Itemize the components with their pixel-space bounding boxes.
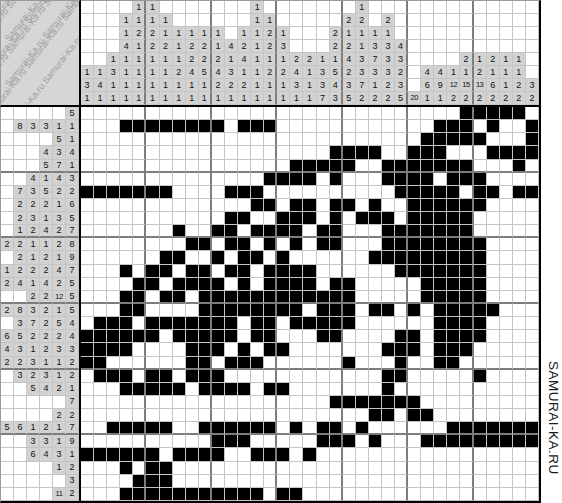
board-cell[interactable] [120, 409, 133, 422]
board-cell[interactable] [290, 146, 303, 159]
board-cell[interactable] [343, 422, 356, 435]
board-cell[interactable] [369, 409, 382, 422]
board-cell[interactable] [474, 475, 487, 488]
board-cell[interactable] [81, 383, 94, 396]
board-cell[interactable] [238, 160, 251, 173]
board-cell[interactable] [500, 107, 513, 120]
board-cell[interactable] [107, 330, 120, 343]
board-cell[interactable] [251, 343, 264, 356]
board-cell[interactable] [434, 304, 447, 317]
board-cell[interactable] [487, 146, 500, 159]
board-cell[interactable] [513, 238, 526, 251]
board-cell[interactable] [107, 238, 120, 251]
board-cell[interactable] [186, 330, 199, 343]
board-cell[interactable] [133, 265, 146, 278]
board-cell[interactable] [160, 146, 173, 159]
board-cell[interactable] [303, 212, 316, 225]
board-cell[interactable] [382, 422, 395, 435]
board-cell[interactable] [487, 120, 500, 133]
board-cell[interactable] [212, 343, 225, 356]
board-cell[interactable] [277, 186, 290, 199]
board-cell[interactable] [447, 146, 460, 159]
board-cell[interactable] [199, 317, 212, 330]
board-cell[interactable] [81, 422, 94, 435]
board-cell[interactable] [356, 107, 369, 120]
board-cell[interactable] [356, 357, 369, 370]
board-cell[interactable] [225, 199, 238, 212]
board-cell[interactable] [133, 383, 146, 396]
board-cell[interactable] [343, 120, 356, 133]
board-cell[interactable] [317, 173, 330, 186]
board-cell[interactable] [487, 409, 500, 422]
board-cell[interactable] [81, 225, 94, 238]
board-cell[interactable] [330, 304, 343, 317]
board-cell[interactable] [225, 107, 238, 120]
board-cell[interactable] [369, 265, 382, 278]
board-cell[interactable] [408, 383, 421, 396]
board-cell[interactable] [290, 357, 303, 370]
board-cell[interactable] [474, 396, 487, 409]
board-cell[interactable] [173, 475, 186, 488]
board-cell[interactable] [356, 317, 369, 330]
board-cell[interactable] [303, 343, 316, 356]
board-cell[interactable] [303, 199, 316, 212]
board-cell[interactable] [251, 120, 264, 133]
board-cell[interactable] [186, 304, 199, 317]
board-cell[interactable] [447, 225, 460, 238]
board-cell[interactable] [421, 133, 434, 146]
board-cell[interactable] [460, 291, 473, 304]
board-cell[interactable] [225, 133, 238, 146]
board-cell[interactable] [317, 120, 330, 133]
board-cell[interactable] [356, 120, 369, 133]
board-cell[interactable] [133, 435, 146, 448]
board-cell[interactable] [513, 370, 526, 383]
board-cell[interactable] [395, 357, 408, 370]
board-cell[interactable] [460, 278, 473, 291]
board-cell[interactable] [356, 199, 369, 212]
board-cell[interactable] [526, 146, 539, 159]
board-cell[interactable] [526, 357, 539, 370]
board-cell[interactable] [186, 383, 199, 396]
board-cell[interactable] [107, 291, 120, 304]
board-cell[interactable] [199, 225, 212, 238]
board-cell[interactable] [107, 251, 120, 264]
board-cell[interactable] [133, 146, 146, 159]
board-cell[interactable] [251, 357, 264, 370]
board-cell[interactable] [277, 173, 290, 186]
board-cell[interactable] [343, 146, 356, 159]
board-cell[interactable] [434, 160, 447, 173]
board-cell[interactable] [146, 475, 159, 488]
board-cell[interactable] [303, 317, 316, 330]
board-cell[interactable] [434, 291, 447, 304]
board-cell[interactable] [317, 160, 330, 173]
board-cell[interactable] [382, 357, 395, 370]
board-cell[interactable] [303, 330, 316, 343]
board-cell[interactable] [500, 448, 513, 461]
board-cell[interactable] [146, 409, 159, 422]
board-cell[interactable] [460, 107, 473, 120]
board-cell[interactable] [526, 291, 539, 304]
board-cell[interactable] [526, 199, 539, 212]
board-cell[interactable] [133, 317, 146, 330]
board-cell[interactable] [500, 435, 513, 448]
board-cell[interactable] [421, 291, 434, 304]
board-cell[interactable] [120, 186, 133, 199]
board-cell[interactable] [395, 225, 408, 238]
board-cell[interactable] [94, 133, 107, 146]
board-cell[interactable] [133, 107, 146, 120]
board-cell[interactable] [251, 370, 264, 383]
board-cell[interactable] [460, 422, 473, 435]
board-cell[interactable] [290, 173, 303, 186]
board-cell[interactable] [487, 383, 500, 396]
board-cell[interactable] [513, 383, 526, 396]
board-cell[interactable] [94, 396, 107, 409]
board-cell[interactable] [447, 330, 460, 343]
board-cell[interactable] [199, 422, 212, 435]
board-cell[interactable] [395, 304, 408, 317]
board-cell[interactable] [303, 251, 316, 264]
board-cell[interactable] [199, 186, 212, 199]
board-cell[interactable] [251, 107, 264, 120]
board-cell[interactable] [264, 146, 277, 159]
board-cell[interactable] [434, 422, 447, 435]
board-cell[interactable] [81, 199, 94, 212]
board-cell[interactable] [526, 475, 539, 488]
board-cell[interactable] [356, 435, 369, 448]
board-cell[interactable] [395, 343, 408, 356]
board-cell[interactable] [225, 304, 238, 317]
board-cell[interactable] [369, 343, 382, 356]
board-cell[interactable] [120, 304, 133, 317]
board-cell[interactable] [434, 238, 447, 251]
board-cell[interactable] [186, 409, 199, 422]
board-cell[interactable] [238, 238, 251, 251]
board-cell[interactable] [460, 330, 473, 343]
board-cell[interactable] [513, 396, 526, 409]
board-cell[interactable] [277, 435, 290, 448]
board-cell[interactable] [303, 278, 316, 291]
board-cell[interactable] [487, 343, 500, 356]
board-cell[interactable] [120, 370, 133, 383]
board-cell[interactable] [107, 199, 120, 212]
board-cell[interactable] [264, 251, 277, 264]
board-cell[interactable] [343, 409, 356, 422]
board-cell[interactable] [238, 330, 251, 343]
board-cell[interactable] [369, 186, 382, 199]
board-cell[interactable] [94, 291, 107, 304]
board-cell[interactable] [474, 357, 487, 370]
board-cell[interactable] [460, 370, 473, 383]
board-cell[interactable] [146, 396, 159, 409]
board-cell[interactable] [434, 212, 447, 225]
board-cell[interactable] [146, 225, 159, 238]
board-cell[interactable] [146, 160, 159, 173]
board-cell[interactable] [343, 160, 356, 173]
board-cell[interactable] [94, 251, 107, 264]
board-cell[interactable] [160, 422, 173, 435]
board-cell[interactable] [264, 291, 277, 304]
board-cell[interactable] [81, 186, 94, 199]
board-cell[interactable] [264, 160, 277, 173]
board-cell[interactable] [94, 278, 107, 291]
board-cell[interactable] [487, 133, 500, 146]
board-cell[interactable] [199, 265, 212, 278]
board-cell[interactable] [94, 448, 107, 461]
board-cell[interactable] [81, 488, 94, 501]
board-cell[interactable] [447, 251, 460, 264]
board-cell[interactable] [81, 160, 94, 173]
board-cell[interactable] [421, 160, 434, 173]
board-cell[interactable] [408, 238, 421, 251]
board-cell[interactable] [434, 251, 447, 264]
board-cell[interactable] [434, 146, 447, 159]
board-cell[interactable] [238, 173, 251, 186]
board-cell[interactable] [356, 475, 369, 488]
board-cell[interactable] [107, 357, 120, 370]
board-cell[interactable] [160, 330, 173, 343]
board-cell[interactable] [356, 291, 369, 304]
board-cell[interactable] [460, 186, 473, 199]
board-cell[interactable] [421, 120, 434, 133]
board-cell[interactable] [264, 330, 277, 343]
board-cell[interactable] [94, 475, 107, 488]
board-cell[interactable] [382, 265, 395, 278]
board-cell[interactable] [487, 225, 500, 238]
board-cell[interactable] [146, 304, 159, 317]
board-cell[interactable] [382, 343, 395, 356]
board-cell[interactable] [251, 383, 264, 396]
board-cell[interactable] [317, 278, 330, 291]
board-cell[interactable] [277, 265, 290, 278]
board-cell[interactable] [356, 396, 369, 409]
board-cell[interactable] [395, 238, 408, 251]
board-cell[interactable] [290, 409, 303, 422]
board-cell[interactable] [212, 396, 225, 409]
board-cell[interactable] [513, 291, 526, 304]
board-cell[interactable] [290, 317, 303, 330]
board-cell[interactable] [474, 186, 487, 199]
board-cell[interactable] [160, 291, 173, 304]
board-cell[interactable] [146, 120, 159, 133]
board-cell[interactable] [107, 488, 120, 501]
board-cell[interactable] [160, 370, 173, 383]
board-cell[interactable] [408, 370, 421, 383]
board-cell[interactable] [290, 291, 303, 304]
board-cell[interactable] [317, 146, 330, 159]
board-cell[interactable] [460, 383, 473, 396]
board-cell[interactable] [500, 173, 513, 186]
board-cell[interactable] [160, 199, 173, 212]
board-cell[interactable] [81, 396, 94, 409]
board-cell[interactable] [356, 146, 369, 159]
board-cell[interactable] [277, 343, 290, 356]
board-cell[interactable] [133, 357, 146, 370]
board-cell[interactable] [500, 278, 513, 291]
board-cell[interactable] [238, 448, 251, 461]
board-cell[interactable] [186, 435, 199, 448]
board-cell[interactable] [330, 422, 343, 435]
board-cell[interactable] [487, 370, 500, 383]
board-cell[interactable] [460, 343, 473, 356]
board-cell[interactable] [434, 475, 447, 488]
board-cell[interactable] [186, 396, 199, 409]
board-cell[interactable] [160, 212, 173, 225]
board-cell[interactable] [186, 462, 199, 475]
board-cell[interactable] [238, 396, 251, 409]
board-cell[interactable] [474, 160, 487, 173]
board-cell[interactable] [408, 291, 421, 304]
board-cell[interactable] [421, 317, 434, 330]
board-cell[interactable] [120, 265, 133, 278]
board-cell[interactable] [526, 448, 539, 461]
board-cell[interactable] [251, 448, 264, 461]
board-cell[interactable] [500, 265, 513, 278]
board-cell[interactable] [173, 133, 186, 146]
board-cell[interactable] [500, 160, 513, 173]
board-cell[interactable] [460, 120, 473, 133]
board-cell[interactable] [94, 173, 107, 186]
board-cell[interactable] [277, 160, 290, 173]
board-cell[interactable] [421, 330, 434, 343]
board-cell[interactable] [303, 448, 316, 461]
board-cell[interactable] [81, 278, 94, 291]
board-cell[interactable] [133, 488, 146, 501]
board-cell[interactable] [474, 448, 487, 461]
board-cell[interactable] [500, 317, 513, 330]
board-cell[interactable] [447, 120, 460, 133]
board-cell[interactable] [421, 396, 434, 409]
board-cell[interactable] [120, 133, 133, 146]
board-cell[interactable] [408, 357, 421, 370]
board-cell[interactable] [264, 238, 277, 251]
board-cell[interactable] [173, 383, 186, 396]
board-cell[interactable] [408, 343, 421, 356]
board-cell[interactable] [277, 330, 290, 343]
board-cell[interactable] [120, 146, 133, 159]
board-cell[interactable] [343, 448, 356, 461]
board-cell[interactable] [369, 291, 382, 304]
board-cell[interactable] [290, 199, 303, 212]
board-cell[interactable] [330, 238, 343, 251]
board-cell[interactable] [199, 383, 212, 396]
board-cell[interactable] [212, 225, 225, 238]
board-cell[interactable] [160, 186, 173, 199]
board-cell[interactable] [395, 475, 408, 488]
board-cell[interactable] [382, 278, 395, 291]
board-cell[interactable] [330, 409, 343, 422]
board-cell[interactable] [317, 370, 330, 383]
board-cell[interactable] [447, 383, 460, 396]
board-cell[interactable] [434, 173, 447, 186]
board-cell[interactable] [369, 304, 382, 317]
board-cell[interactable] [395, 448, 408, 461]
board-cell[interactable] [526, 225, 539, 238]
board-cell[interactable] [330, 146, 343, 159]
board-cell[interactable] [382, 383, 395, 396]
board-cell[interactable] [369, 199, 382, 212]
board-cell[interactable] [238, 291, 251, 304]
board-cell[interactable] [238, 462, 251, 475]
board-cell[interactable] [251, 462, 264, 475]
board-cell[interactable] [487, 291, 500, 304]
board-cell[interactable] [434, 448, 447, 461]
board-cell[interactable] [460, 265, 473, 278]
board-cell[interactable] [290, 488, 303, 501]
board-cell[interactable] [421, 251, 434, 264]
board-cell[interactable] [303, 133, 316, 146]
board-cell[interactable] [107, 422, 120, 435]
board-cell[interactable] [81, 212, 94, 225]
board-cell[interactable] [160, 357, 173, 370]
board-cell[interactable] [81, 238, 94, 251]
board-cell[interactable] [146, 265, 159, 278]
board-cell[interactable] [290, 448, 303, 461]
board-cell[interactable] [303, 265, 316, 278]
board-cell[interactable] [408, 133, 421, 146]
board-cell[interactable] [225, 343, 238, 356]
board-cell[interactable] [160, 488, 173, 501]
board-cell[interactable] [526, 462, 539, 475]
board-cell[interactable] [408, 422, 421, 435]
board-cell[interactable] [303, 370, 316, 383]
board-cell[interactable] [225, 238, 238, 251]
board-cell[interactable] [487, 265, 500, 278]
board-cell[interactable] [474, 304, 487, 317]
board-cell[interactable] [487, 251, 500, 264]
board-cell[interactable] [330, 396, 343, 409]
board-cell[interactable] [186, 317, 199, 330]
board-cell[interactable] [369, 212, 382, 225]
board-cell[interactable] [120, 435, 133, 448]
board-cell[interactable] [290, 160, 303, 173]
board-cell[interactable] [186, 120, 199, 133]
board-cell[interactable] [303, 186, 316, 199]
board-cell[interactable] [212, 120, 225, 133]
board-cell[interactable] [173, 409, 186, 422]
board-cell[interactable] [81, 343, 94, 356]
board-cell[interactable] [238, 409, 251, 422]
board-cell[interactable] [369, 251, 382, 264]
board-cell[interactable] [290, 343, 303, 356]
board-cell[interactable] [356, 409, 369, 422]
board-cell[interactable] [251, 291, 264, 304]
board-cell[interactable] [474, 133, 487, 146]
board-cell[interactable] [212, 357, 225, 370]
board-cell[interactable] [395, 370, 408, 383]
board-cell[interactable] [500, 146, 513, 159]
board-cell[interactable] [330, 160, 343, 173]
board-cell[interactable] [225, 225, 238, 238]
board-cell[interactable] [264, 225, 277, 238]
board-cell[interactable] [408, 409, 421, 422]
board-cell[interactable] [408, 462, 421, 475]
board-cell[interactable] [199, 396, 212, 409]
board-cell[interactable] [173, 370, 186, 383]
board-cell[interactable] [160, 120, 173, 133]
board-cell[interactable] [133, 422, 146, 435]
board-cell[interactable] [186, 107, 199, 120]
board-cell[interactable] [173, 160, 186, 173]
board-cell[interactable] [395, 278, 408, 291]
board-cell[interactable] [225, 409, 238, 422]
board-cell[interactable] [277, 107, 290, 120]
board-cell[interactable] [225, 435, 238, 448]
board-cell[interactable] [225, 186, 238, 199]
board-cell[interactable] [303, 409, 316, 422]
